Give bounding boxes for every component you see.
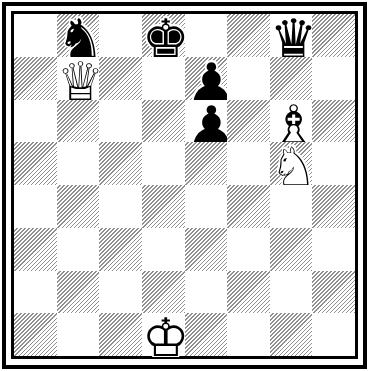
square-a4[interactable] (14, 185, 57, 228)
square-g5[interactable]: ♞♘ (270, 142, 313, 185)
piece-white-knight[interactable]: ♞♘ (270, 142, 313, 185)
square-d5[interactable] (142, 142, 185, 185)
square-f4[interactable] (227, 185, 270, 228)
square-b2[interactable] (57, 271, 100, 314)
piece-white-queen[interactable]: ♛♕ (57, 57, 100, 100)
square-c6[interactable] (99, 100, 142, 143)
square-a5[interactable] (14, 142, 57, 185)
square-f1[interactable] (227, 313, 270, 356)
square-g4[interactable] (270, 185, 313, 228)
square-h8[interactable] (312, 14, 355, 57)
square-a2[interactable] (14, 271, 57, 314)
square-b3[interactable] (57, 228, 100, 271)
square-g3[interactable] (270, 228, 313, 271)
square-b5[interactable] (57, 142, 100, 185)
square-e5[interactable] (185, 142, 228, 185)
square-f6[interactable] (227, 100, 270, 143)
square-c7[interactable] (99, 57, 142, 100)
square-b6[interactable] (57, 100, 100, 143)
white-king-glyph: ♔ (142, 311, 190, 364)
square-f2[interactable] (227, 271, 270, 314)
square-b1[interactable] (57, 313, 100, 356)
square-h7[interactable] (312, 57, 355, 100)
square-f5[interactable] (227, 142, 270, 185)
square-a1[interactable] (14, 313, 57, 356)
square-c5[interactable] (99, 142, 142, 185)
board-inner-frame: ♞♞♚♚♛♛♛♕♟♟♟♟♝♗♞♘♚♔ (11, 11, 358, 359)
square-a6[interactable] (14, 100, 57, 143)
square-d7[interactable] (142, 57, 185, 100)
piece-black-pawn[interactable]: ♟♟ (185, 100, 228, 143)
square-h5[interactable] (312, 142, 355, 185)
square-c1[interactable] (99, 313, 142, 356)
square-c8[interactable] (99, 14, 142, 57)
square-a7[interactable] (14, 57, 57, 100)
square-d4[interactable] (142, 185, 185, 228)
square-d1[interactable]: ♚♔ (142, 313, 185, 356)
square-c2[interactable] (99, 271, 142, 314)
square-e4[interactable] (185, 185, 228, 228)
square-e1[interactable] (185, 313, 228, 356)
square-d6[interactable] (142, 100, 185, 143)
square-d3[interactable] (142, 228, 185, 271)
square-g1[interactable] (270, 313, 313, 356)
piece-black-king[interactable]: ♚♚ (142, 14, 185, 57)
square-d8[interactable]: ♚♚ (142, 14, 185, 57)
square-g2[interactable] (270, 271, 313, 314)
square-g8[interactable]: ♛♛ (270, 14, 313, 57)
square-e3[interactable] (185, 228, 228, 271)
square-b7[interactable]: ♛♕ (57, 57, 100, 100)
square-h4[interactable] (312, 185, 355, 228)
square-h3[interactable] (312, 228, 355, 271)
piece-white-king[interactable]: ♚♔ (142, 313, 185, 356)
square-a3[interactable] (14, 228, 57, 271)
square-c3[interactable] (99, 228, 142, 271)
square-c4[interactable] (99, 185, 142, 228)
square-h6[interactable] (312, 100, 355, 143)
piece-black-queen[interactable]: ♛♛ (270, 14, 313, 57)
square-f3[interactable] (227, 228, 270, 271)
chess-board: ♞♞♚♚♛♛♛♕♟♟♟♟♝♗♞♘♚♔ (14, 14, 355, 356)
square-a8[interactable] (14, 14, 57, 57)
square-e2[interactable] (185, 271, 228, 314)
square-e6[interactable]: ♟♟ (185, 100, 228, 143)
square-b4[interactable] (57, 185, 100, 228)
square-h1[interactable] (312, 313, 355, 356)
chess-diagram: ♞♞♚♚♛♛♛♕♟♟♟♟♝♗♞♘♚♔ (0, 0, 370, 371)
square-h2[interactable] (312, 271, 355, 314)
